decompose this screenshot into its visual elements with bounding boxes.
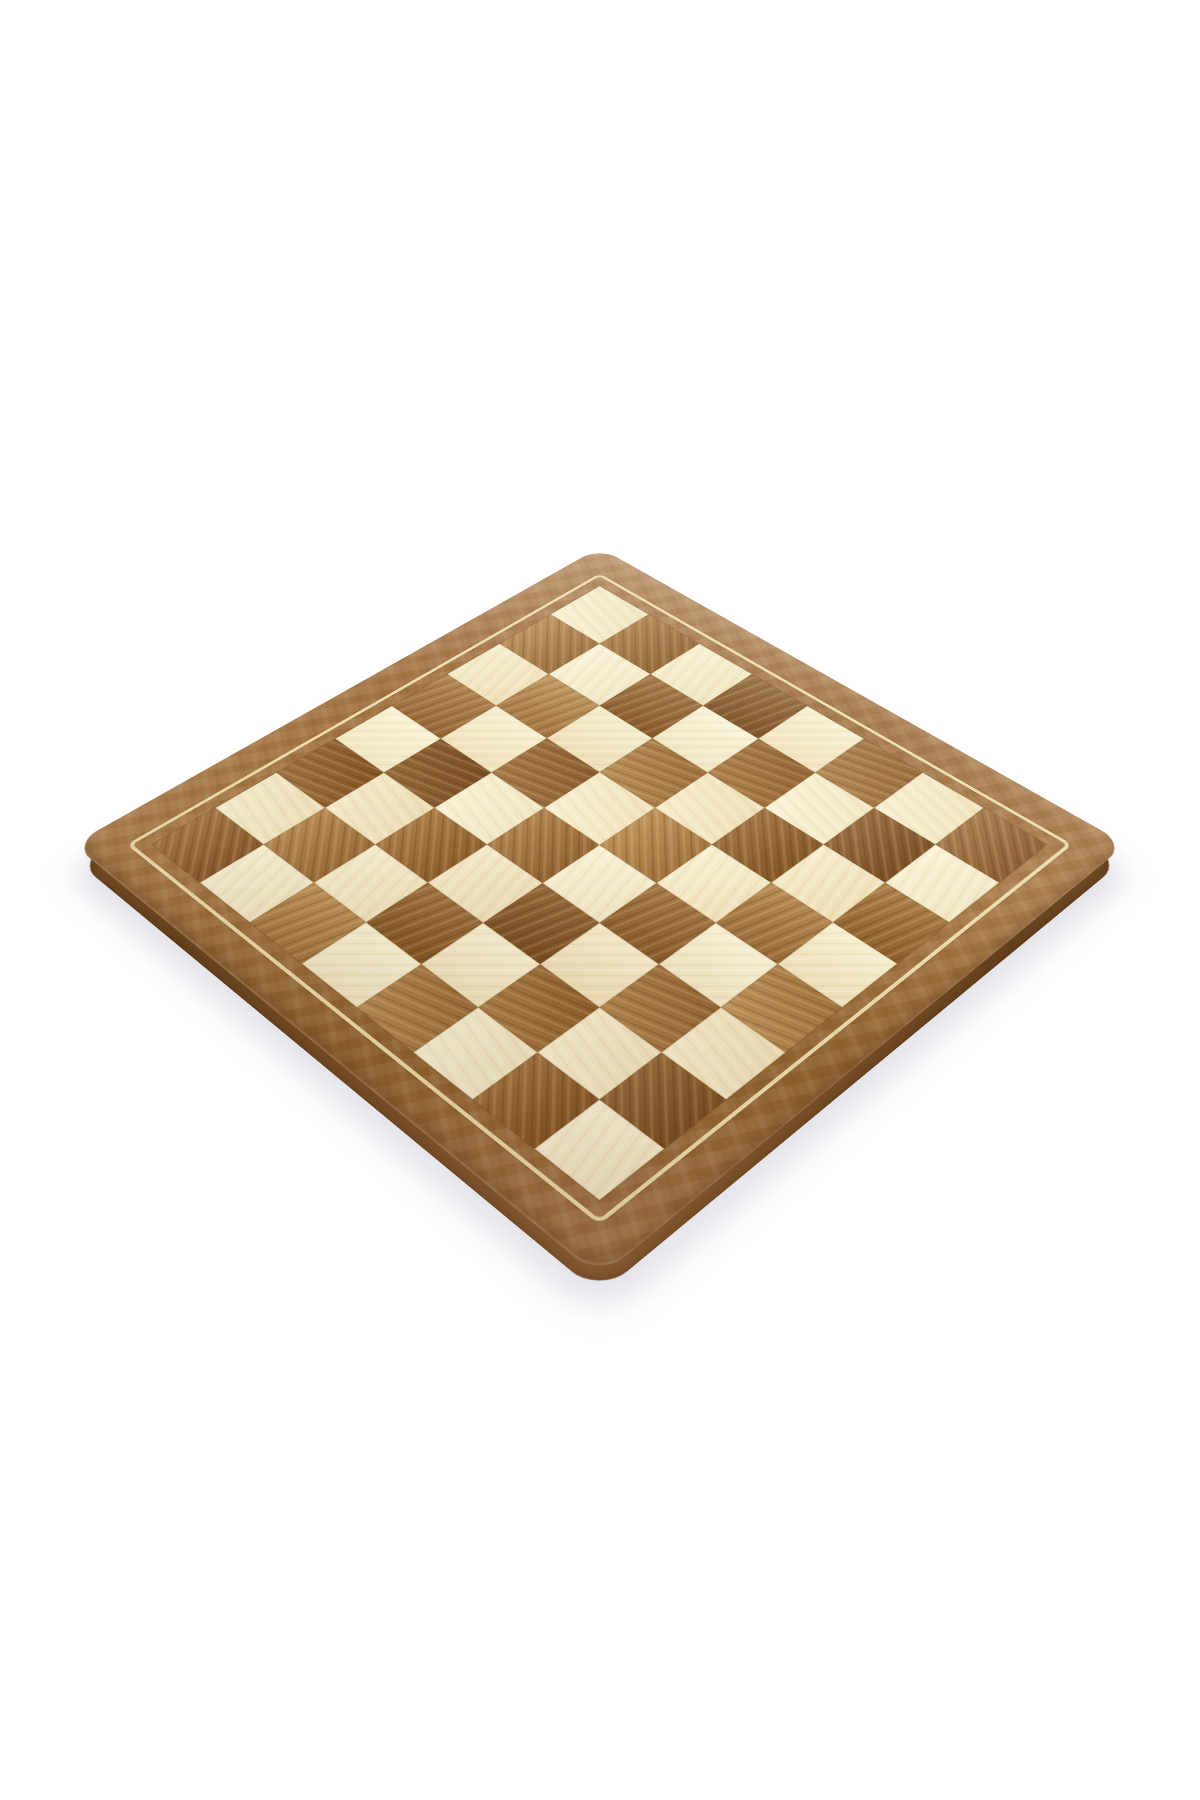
board-tilt-group [73, 547, 1127, 1277]
board-scene [0, 0, 1200, 1800]
playing-field [152, 586, 1047, 1200]
product-photo-stage [0, 0, 1200, 1800]
chess-board [73, 547, 1127, 1277]
